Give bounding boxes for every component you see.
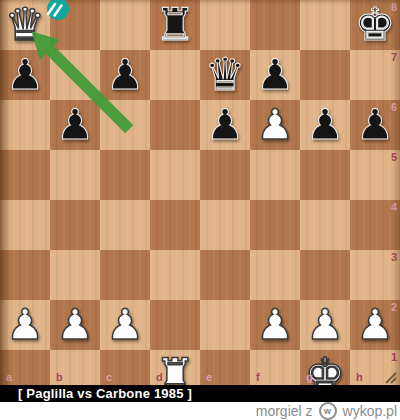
- square-d5[interactable]: [150, 150, 200, 200]
- square-c7[interactable]: ♟: [100, 50, 150, 100]
- square-f4[interactable]: [250, 200, 300, 250]
- square-d8[interactable]: ♜: [150, 0, 200, 50]
- piece-black-pawn[interactable]: ♟: [0, 50, 50, 100]
- square-a8[interactable]: ♛: [0, 0, 50, 50]
- square-b8[interactable]: [50, 0, 100, 50]
- piece-white-pawn[interactable]: ♟: [50, 300, 100, 350]
- square-a2[interactable]: ♟: [0, 300, 50, 350]
- square-b3[interactable]: [50, 250, 100, 300]
- square-e2[interactable]: [200, 300, 250, 350]
- square-b5[interactable]: [50, 150, 100, 200]
- square-e4[interactable]: [200, 200, 250, 250]
- square-e6[interactable]: ♟: [200, 100, 250, 150]
- watermark-site: wykop.pl: [343, 403, 397, 419]
- square-f5[interactable]: [250, 150, 300, 200]
- square-h8[interactable]: ♚: [350, 0, 400, 50]
- screenshot-root: ♛♜♚♟♟♛♟♟♟♟♟♟♟♟♟♟♟♟♜♚87654321abcdefgh [ P…: [0, 0, 400, 420]
- piece-white-pawn[interactable]: ♟: [250, 100, 300, 150]
- square-h3[interactable]: [350, 250, 400, 300]
- square-f6[interactable]: ♟: [250, 100, 300, 150]
- square-g2[interactable]: ♟: [300, 300, 350, 350]
- piece-black-queen[interactable]: ♛: [200, 50, 250, 100]
- piece-black-king[interactable]: ♚: [350, 0, 400, 50]
- square-h4[interactable]: [350, 200, 400, 250]
- square-e5[interactable]: [200, 150, 250, 200]
- square-c2[interactable]: ♟: [100, 300, 150, 350]
- piece-black-rook[interactable]: ♜: [150, 0, 200, 50]
- square-b7[interactable]: [50, 50, 100, 100]
- square-g8[interactable]: [300, 0, 350, 50]
- square-f7[interactable]: ♟: [250, 50, 300, 100]
- piece-black-pawn[interactable]: ♟: [200, 100, 250, 150]
- caption-text: [ Paglilla vs Carbone 1985 ]: [18, 386, 192, 401]
- piece-black-pawn[interactable]: ♟: [300, 100, 350, 150]
- square-g4[interactable]: [300, 200, 350, 250]
- square-c3[interactable]: [100, 250, 150, 300]
- square-d3[interactable]: [150, 250, 200, 300]
- square-h2[interactable]: ♟: [350, 300, 400, 350]
- square-f2[interactable]: ♟: [250, 300, 300, 350]
- square-d4[interactable]: [150, 200, 200, 250]
- watermark-author: morgiel z: [256, 403, 313, 419]
- square-a3[interactable]: [0, 250, 50, 300]
- piece-black-pawn[interactable]: ♟: [50, 100, 100, 150]
- square-g3[interactable]: [300, 250, 350, 300]
- square-e7[interactable]: ♛: [200, 50, 250, 100]
- square-h5[interactable]: [350, 150, 400, 200]
- square-h7[interactable]: [350, 50, 400, 100]
- square-c8[interactable]: [100, 0, 150, 50]
- square-a4[interactable]: [0, 200, 50, 250]
- square-e8[interactable]: [200, 0, 250, 50]
- square-a5[interactable]: [0, 150, 50, 200]
- square-h6[interactable]: ♟: [350, 100, 400, 150]
- square-a6[interactable]: [0, 100, 50, 150]
- square-g6[interactable]: ♟: [300, 100, 350, 150]
- piece-black-pawn[interactable]: ♟: [350, 100, 400, 150]
- square-d2[interactable]: [150, 300, 200, 350]
- square-b6[interactable]: ♟: [50, 100, 100, 150]
- wykop-logo-icon: w: [319, 402, 337, 420]
- piece-white-pawn[interactable]: ♟: [250, 300, 300, 350]
- piece-white-pawn[interactable]: ♟: [350, 300, 400, 350]
- square-a7[interactable]: ♟: [0, 50, 50, 100]
- caption-bar: [ Paglilla vs Carbone 1985 ]: [0, 385, 400, 402]
- square-c4[interactable]: [100, 200, 150, 250]
- square-g7[interactable]: [300, 50, 350, 100]
- square-c5[interactable]: [100, 150, 150, 200]
- square-g5[interactable]: [300, 150, 350, 200]
- square-d7[interactable]: [150, 50, 200, 100]
- chess-board[interactable]: ♛♜♚♟♟♛♟♟♟♟♟♟♟♟♟♟♟♟♜♚87654321abcdefgh: [0, 0, 400, 400]
- piece-white-pawn[interactable]: ♟: [300, 300, 350, 350]
- square-b4[interactable]: [50, 200, 100, 250]
- watermark-bar: morgiel z w wykop.pl: [0, 402, 400, 420]
- piece-white-pawn[interactable]: ♟: [0, 300, 50, 350]
- square-e3[interactable]: [200, 250, 250, 300]
- square-f8[interactable]: [250, 0, 300, 50]
- square-d6[interactable]: [150, 100, 200, 150]
- piece-white-pawn[interactable]: ♟: [100, 300, 150, 350]
- square-c6[interactable]: [100, 100, 150, 150]
- piece-white-queen[interactable]: ♛: [0, 0, 50, 50]
- square-f3[interactable]: [250, 250, 300, 300]
- piece-black-pawn[interactable]: ♟: [250, 50, 300, 100]
- square-b2[interactable]: ♟: [50, 300, 100, 350]
- piece-black-pawn[interactable]: ♟: [100, 50, 150, 100]
